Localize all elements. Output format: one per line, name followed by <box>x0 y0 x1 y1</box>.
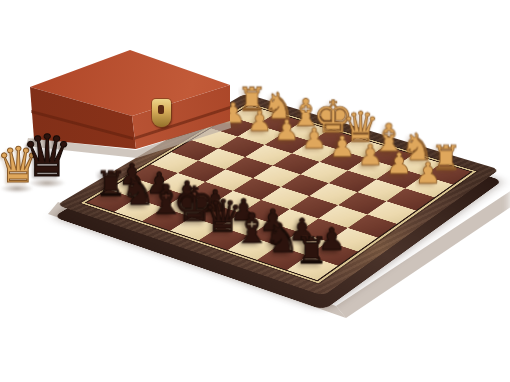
extra-black-queen: ♛ <box>21 127 73 185</box>
piece-black-knight-b8: ♞ <box>264 219 300 259</box>
box-clasp <box>152 99 171 127</box>
piece-black-rook-a8: ♜ <box>295 232 328 269</box>
chess-set-photo: ♜♞♝♚♛♝♞♜♟♟♟♟♟♟♟♟♟♟♟♟♟♟♟♟♜♞♝♚♛♝♞♜ ♛ ♛ <box>0 0 510 382</box>
piece-white-pawn-a2: ♟ <box>415 158 441 187</box>
box-clasp-keyhole <box>158 105 164 114</box>
